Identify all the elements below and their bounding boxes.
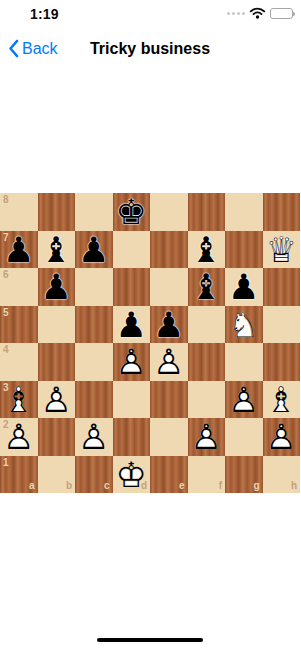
square-b2[interactable] xyxy=(38,418,76,456)
square-b5[interactable] xyxy=(38,306,76,344)
rank-label-1: 1 xyxy=(3,458,9,468)
square-e4[interactable]: ♟♙ xyxy=(150,343,188,381)
back-label: Back xyxy=(22,40,58,58)
file-label-b: b xyxy=(66,481,72,491)
chess-board: 8♚7♟♝♟♝♛♕6♟♝♟5♟♟♞♘4♟♙♟♙3♝♗♟♙♟♙♝♗2♟♙♟♙♟♙♟… xyxy=(0,193,300,493)
square-f3[interactable] xyxy=(188,381,226,419)
piece-white-pawn: ♟♙ xyxy=(150,343,188,381)
piece-black-pawn: ♟ xyxy=(150,306,188,344)
piece-white-pawn: ♟♙ xyxy=(38,381,76,419)
square-d7[interactable] xyxy=(113,231,151,269)
wifi-icon xyxy=(249,7,266,19)
square-d1[interactable]: d♚♔ xyxy=(113,456,151,494)
square-c5[interactable] xyxy=(75,306,113,344)
square-h7[interactable]: ♛♕ xyxy=(263,231,301,269)
square-f4[interactable] xyxy=(188,343,226,381)
status-bar: 1:19 xyxy=(0,0,300,24)
square-g6[interactable]: ♟ xyxy=(225,268,263,306)
square-e2[interactable] xyxy=(150,418,188,456)
piece-white-pawn: ♟♙ xyxy=(75,418,113,456)
square-f6[interactable]: ♝ xyxy=(188,268,226,306)
piece-white-pawn: ♟♙ xyxy=(0,418,38,456)
square-f7[interactable]: ♝ xyxy=(188,231,226,269)
file-label-g: g xyxy=(253,481,259,491)
square-c3[interactable] xyxy=(75,381,113,419)
rank-label-6: 6 xyxy=(3,270,9,280)
file-label-c: c xyxy=(104,481,110,491)
piece-black-pawn: ♟ xyxy=(113,306,151,344)
square-h1[interactable]: h xyxy=(263,456,301,494)
piece-white-king: ♚♔ xyxy=(113,456,151,494)
square-h5[interactable] xyxy=(263,306,301,344)
square-a8[interactable]: 8 xyxy=(0,193,38,231)
piece-white-pawn: ♟♙ xyxy=(113,343,151,381)
piece-white-queen: ♛♕ xyxy=(263,231,301,269)
square-g3[interactable]: ♟♙ xyxy=(225,381,263,419)
square-e7[interactable] xyxy=(150,231,188,269)
square-g2[interactable] xyxy=(225,418,263,456)
square-h8[interactable] xyxy=(263,193,301,231)
square-b6[interactable]: ♟ xyxy=(38,268,76,306)
square-b1[interactable]: b xyxy=(38,456,76,494)
square-d3[interactable] xyxy=(113,381,151,419)
square-g1[interactable]: g xyxy=(225,456,263,494)
square-g4[interactable] xyxy=(225,343,263,381)
piece-black-bishop: ♝ xyxy=(38,231,76,269)
square-g7[interactable] xyxy=(225,231,263,269)
square-d8[interactable]: ♚ xyxy=(113,193,151,231)
square-g8[interactable] xyxy=(225,193,263,231)
back-button[interactable]: Back xyxy=(8,39,58,58)
square-c1[interactable]: c xyxy=(75,456,113,494)
battery-icon xyxy=(270,8,293,19)
navigation-bar: Back Tricky business xyxy=(0,36,300,66)
square-e6[interactable] xyxy=(150,268,188,306)
piece-white-knight: ♞♘ xyxy=(225,306,263,344)
piece-white-pawn: ♟♙ xyxy=(263,418,301,456)
square-a1[interactable]: 1a xyxy=(0,456,38,494)
square-d2[interactable] xyxy=(113,418,151,456)
square-d5[interactable]: ♟ xyxy=(113,306,151,344)
square-a2[interactable]: 2♟♙ xyxy=(0,418,38,456)
square-h3[interactable]: ♝♗ xyxy=(263,381,301,419)
app-screen: 1:19 Back Tricky business 8♚7♟♝♟♝♛♕6♟♝♟5… xyxy=(0,0,300,649)
square-e5[interactable]: ♟ xyxy=(150,306,188,344)
square-a6[interactable]: 6 xyxy=(0,268,38,306)
piece-black-king: ♚ xyxy=(113,193,151,231)
piece-black-pawn: ♟ xyxy=(225,268,263,306)
piece-white-bishop: ♝♗ xyxy=(263,381,301,419)
square-g5[interactable]: ♞♘ xyxy=(225,306,263,344)
square-e1[interactable]: e xyxy=(150,456,188,494)
rank-label-8: 8 xyxy=(3,195,9,205)
square-a3[interactable]: 3♝♗ xyxy=(0,381,38,419)
rank-label-5: 5 xyxy=(3,308,9,318)
back-chevron-icon xyxy=(8,39,19,58)
file-label-f: f xyxy=(219,481,222,491)
rank-label-4: 4 xyxy=(3,345,9,355)
piece-white-pawn: ♟♙ xyxy=(188,418,226,456)
square-b7[interactable]: ♝ xyxy=(38,231,76,269)
file-label-h: h xyxy=(291,481,297,491)
square-c6[interactable] xyxy=(75,268,113,306)
square-c7[interactable]: ♟ xyxy=(75,231,113,269)
status-icons xyxy=(227,7,293,19)
square-h2[interactable]: ♟♙ xyxy=(263,418,301,456)
square-b4[interactable] xyxy=(38,343,76,381)
square-f8[interactable] xyxy=(188,193,226,231)
piece-black-pawn: ♟ xyxy=(75,231,113,269)
square-h6[interactable] xyxy=(263,268,301,306)
square-f2[interactable]: ♟♙ xyxy=(188,418,226,456)
piece-black-bishop: ♝ xyxy=(188,268,226,306)
square-c8[interactable] xyxy=(75,193,113,231)
square-e8[interactable] xyxy=(150,193,188,231)
piece-white-pawn: ♟♙ xyxy=(225,381,263,419)
piece-black-pawn: ♟ xyxy=(0,231,38,269)
square-c2[interactable]: ♟♙ xyxy=(75,418,113,456)
file-label-e: e xyxy=(179,481,185,491)
square-f5[interactable] xyxy=(188,306,226,344)
home-indicator[interactable] xyxy=(97,638,203,643)
square-b3[interactable]: ♟♙ xyxy=(38,381,76,419)
cellular-signal-icon xyxy=(227,12,245,15)
square-e3[interactable] xyxy=(150,381,188,419)
piece-white-bishop: ♝♗ xyxy=(0,381,38,419)
piece-black-bishop: ♝ xyxy=(188,231,226,269)
square-d4[interactable]: ♟♙ xyxy=(113,343,151,381)
square-b8[interactable] xyxy=(38,193,76,231)
square-c4[interactable] xyxy=(75,343,113,381)
square-a5[interactable]: 5 xyxy=(0,306,38,344)
square-d6[interactable] xyxy=(113,268,151,306)
square-a4[interactable]: 4 xyxy=(0,343,38,381)
square-h4[interactable] xyxy=(263,343,301,381)
file-label-a: a xyxy=(29,481,35,491)
piece-black-pawn: ♟ xyxy=(38,268,76,306)
square-f1[interactable]: f xyxy=(188,456,226,494)
square-a7[interactable]: 7♟ xyxy=(0,231,38,269)
status-time: 1:19 xyxy=(30,6,59,22)
